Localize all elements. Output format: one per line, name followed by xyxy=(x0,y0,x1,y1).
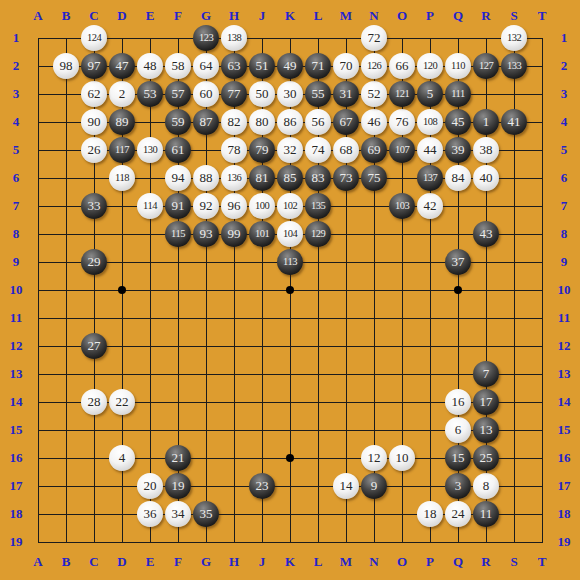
stone-J8: 101 xyxy=(249,221,275,247)
stone-L8: 129 xyxy=(305,221,331,247)
stone-move-number: 103 xyxy=(389,193,415,219)
stone-move-number: 39 xyxy=(445,137,471,163)
stone-move-number: 69 xyxy=(361,137,387,163)
row-label-right: 3 xyxy=(552,85,576,103)
stone-F2: 58 xyxy=(165,53,191,79)
stone-C5: 26 xyxy=(81,137,107,163)
row-label-right: 18 xyxy=(552,505,576,523)
stone-move-number: 79 xyxy=(249,137,275,163)
stone-move-number: 60 xyxy=(193,81,219,107)
row-label-left: 17 xyxy=(4,477,28,495)
stone-F8: 115 xyxy=(165,221,191,247)
stone-P2: 120 xyxy=(417,53,443,79)
column-label-top: K xyxy=(278,7,302,25)
stone-move-number: 37 xyxy=(445,249,471,275)
stone-move-number: 124 xyxy=(81,25,107,51)
row-label-left: 1 xyxy=(4,29,28,47)
stone-move-number: 101 xyxy=(249,221,275,247)
stone-move-number: 43 xyxy=(473,221,499,247)
stone-move-number: 107 xyxy=(389,137,415,163)
grid-line-horizontal xyxy=(38,374,543,375)
stone-move-number: 38 xyxy=(473,137,499,163)
stone-S4: 41 xyxy=(501,109,527,135)
stone-move-number: 127 xyxy=(473,53,499,79)
stone-move-number: 15 xyxy=(445,445,471,471)
go-board: AABBCCDDEEFFGGHHJJKKLLMMNNOOPPQQRRSSTT11… xyxy=(0,0,580,580)
stone-O16: 10 xyxy=(389,445,415,471)
stone-R5: 38 xyxy=(473,137,499,163)
stone-P4: 108 xyxy=(417,109,443,135)
column-label-top: D xyxy=(110,7,134,25)
stone-move-number: 14 xyxy=(333,473,359,499)
stone-R4: 1 xyxy=(473,109,499,135)
row-label-right: 7 xyxy=(552,197,576,215)
stone-C14: 28 xyxy=(81,389,107,415)
row-label-right: 17 xyxy=(552,477,576,495)
row-label-left: 7 xyxy=(4,197,28,215)
stone-O5: 107 xyxy=(389,137,415,163)
stone-move-number: 58 xyxy=(165,53,191,79)
column-label-bottom: K xyxy=(278,553,302,571)
stone-Q3: 111 xyxy=(445,81,471,107)
column-label-top: L xyxy=(306,7,330,25)
stone-move-number: 48 xyxy=(137,53,163,79)
column-label-bottom: F xyxy=(166,553,190,571)
stone-move-number: 63 xyxy=(221,53,247,79)
row-label-right: 13 xyxy=(552,365,576,383)
stone-move-number: 50 xyxy=(249,81,275,107)
stone-move-number: 30 xyxy=(277,81,303,107)
stone-move-number: 135 xyxy=(305,193,331,219)
stone-move-number: 66 xyxy=(389,53,415,79)
stone-R13: 7 xyxy=(473,361,499,387)
column-label-top: M xyxy=(334,7,358,25)
stone-move-number: 64 xyxy=(193,53,219,79)
stone-G4: 87 xyxy=(193,109,219,135)
stone-move-number: 97 xyxy=(81,53,107,79)
stone-move-number: 104 xyxy=(277,221,303,247)
stone-move-number: 120 xyxy=(417,53,443,79)
stone-C7: 33 xyxy=(81,193,107,219)
grid-line-vertical xyxy=(542,38,543,543)
column-label-bottom: B xyxy=(54,553,78,571)
stone-R18: 11 xyxy=(473,501,499,527)
stone-C2: 97 xyxy=(81,53,107,79)
column-label-bottom: J xyxy=(250,553,274,571)
row-label-right: 1 xyxy=(552,29,576,47)
grid-line-horizontal xyxy=(38,346,543,347)
stone-N16: 12 xyxy=(361,445,387,471)
stone-J2: 51 xyxy=(249,53,275,79)
stone-Q18: 24 xyxy=(445,501,471,527)
stone-move-number: 62 xyxy=(81,81,107,107)
stone-move-number: 72 xyxy=(361,25,387,51)
star-point xyxy=(118,286,126,294)
stone-F17: 19 xyxy=(165,473,191,499)
row-label-left: 15 xyxy=(4,421,28,439)
row-label-right: 12 xyxy=(552,337,576,355)
stone-move-number: 98 xyxy=(53,53,79,79)
stone-Q15: 6 xyxy=(445,417,471,443)
column-label-top: G xyxy=(194,7,218,25)
stone-move-number: 24 xyxy=(445,501,471,527)
stone-S2: 133 xyxy=(501,53,527,79)
stone-move-number: 12 xyxy=(361,445,387,471)
row-label-left: 5 xyxy=(4,141,28,159)
stone-move-number: 76 xyxy=(389,109,415,135)
stone-M5: 68 xyxy=(333,137,359,163)
stone-F16: 21 xyxy=(165,445,191,471)
stone-K3: 30 xyxy=(277,81,303,107)
stone-G7: 92 xyxy=(193,193,219,219)
stone-D3: 2 xyxy=(109,81,135,107)
stone-K9: 113 xyxy=(277,249,303,275)
stone-move-number: 49 xyxy=(277,53,303,79)
stone-K7: 102 xyxy=(277,193,303,219)
stone-D16: 4 xyxy=(109,445,135,471)
stone-F6: 94 xyxy=(165,165,191,191)
stone-move-number: 114 xyxy=(137,193,163,219)
stone-G18: 35 xyxy=(193,501,219,527)
stone-O3: 121 xyxy=(389,81,415,107)
stone-move-number: 81 xyxy=(249,165,275,191)
stone-N2: 126 xyxy=(361,53,387,79)
stone-O7: 103 xyxy=(389,193,415,219)
stone-K4: 86 xyxy=(277,109,303,135)
stone-E7: 114 xyxy=(137,193,163,219)
stone-move-number: 126 xyxy=(361,53,387,79)
row-label-right: 8 xyxy=(552,225,576,243)
stone-move-number: 136 xyxy=(221,165,247,191)
stone-move-number: 84 xyxy=(445,165,471,191)
stone-K2: 49 xyxy=(277,53,303,79)
stone-N6: 75 xyxy=(361,165,387,191)
stone-move-number: 45 xyxy=(445,109,471,135)
stone-move-number: 18 xyxy=(417,501,443,527)
stone-O2: 66 xyxy=(389,53,415,79)
stone-P7: 42 xyxy=(417,193,443,219)
stone-move-number: 31 xyxy=(333,81,359,107)
stone-move-number: 123 xyxy=(193,25,219,51)
stone-move-number: 26 xyxy=(81,137,107,163)
row-label-left: 13 xyxy=(4,365,28,383)
stone-move-number: 21 xyxy=(165,445,191,471)
stone-L4: 56 xyxy=(305,109,331,135)
stone-N5: 69 xyxy=(361,137,387,163)
stone-F7: 91 xyxy=(165,193,191,219)
stone-Q17: 3 xyxy=(445,473,471,499)
stone-M17: 14 xyxy=(333,473,359,499)
stone-H7: 96 xyxy=(221,193,247,219)
stone-move-number: 25 xyxy=(473,445,499,471)
stone-E3: 53 xyxy=(137,81,163,107)
stone-E18: 36 xyxy=(137,501,163,527)
stone-move-number: 53 xyxy=(137,81,163,107)
stone-P5: 44 xyxy=(417,137,443,163)
stone-R14: 17 xyxy=(473,389,499,415)
stone-L7: 135 xyxy=(305,193,331,219)
column-label-bottom: M xyxy=(334,553,358,571)
stone-move-number: 85 xyxy=(277,165,303,191)
row-label-right: 16 xyxy=(552,449,576,467)
stone-C3: 62 xyxy=(81,81,107,107)
stone-D4: 89 xyxy=(109,109,135,135)
stone-move-number: 56 xyxy=(305,109,331,135)
stone-M3: 31 xyxy=(333,81,359,107)
stone-J6: 81 xyxy=(249,165,275,191)
stone-move-number: 7 xyxy=(473,361,499,387)
row-label-right: 11 xyxy=(552,309,576,327)
stone-H4: 82 xyxy=(221,109,247,135)
stone-Q14: 16 xyxy=(445,389,471,415)
stone-G2: 64 xyxy=(193,53,219,79)
stone-K5: 32 xyxy=(277,137,303,163)
row-label-right: 6 xyxy=(552,169,576,187)
stone-D5: 117 xyxy=(109,137,135,163)
stone-J5: 79 xyxy=(249,137,275,163)
column-label-bottom: A xyxy=(26,553,50,571)
row-label-left: 18 xyxy=(4,505,28,523)
stone-move-number: 9 xyxy=(361,473,387,499)
stone-E17: 20 xyxy=(137,473,163,499)
stone-R8: 43 xyxy=(473,221,499,247)
stone-J7: 100 xyxy=(249,193,275,219)
stone-M4: 67 xyxy=(333,109,359,135)
stone-move-number: 80 xyxy=(249,109,275,135)
stone-H5: 78 xyxy=(221,137,247,163)
stone-Q16: 15 xyxy=(445,445,471,471)
stone-move-number: 10 xyxy=(389,445,415,471)
stone-R6: 40 xyxy=(473,165,499,191)
stone-M6: 73 xyxy=(333,165,359,191)
stone-move-number: 93 xyxy=(193,221,219,247)
stone-G8: 93 xyxy=(193,221,219,247)
stone-move-number: 28 xyxy=(81,389,107,415)
row-label-right: 14 xyxy=(552,393,576,411)
star-point xyxy=(454,286,462,294)
stone-C1: 124 xyxy=(81,25,107,51)
stone-move-number: 44 xyxy=(417,137,443,163)
stone-F5: 61 xyxy=(165,137,191,163)
row-label-left: 16 xyxy=(4,449,28,467)
stone-M2: 70 xyxy=(333,53,359,79)
column-label-bottom: T xyxy=(530,553,554,571)
row-label-left: 4 xyxy=(4,113,28,131)
stone-L2: 71 xyxy=(305,53,331,79)
stone-J17: 23 xyxy=(249,473,275,499)
stone-move-number: 36 xyxy=(137,501,163,527)
column-label-bottom: C xyxy=(82,553,106,571)
stone-move-number: 40 xyxy=(473,165,499,191)
column-label-top: O xyxy=(390,7,414,25)
stone-H3: 77 xyxy=(221,81,247,107)
stone-move-number: 29 xyxy=(81,249,107,275)
stone-move-number: 88 xyxy=(193,165,219,191)
row-label-left: 8 xyxy=(4,225,28,243)
column-label-top: E xyxy=(138,7,162,25)
column-label-bottom: P xyxy=(418,553,442,571)
stone-H8: 99 xyxy=(221,221,247,247)
stone-move-number: 117 xyxy=(109,137,135,163)
stone-move-number: 87 xyxy=(193,109,219,135)
stone-move-number: 129 xyxy=(305,221,331,247)
stone-move-number: 89 xyxy=(109,109,135,135)
stone-H2: 63 xyxy=(221,53,247,79)
stone-move-number: 115 xyxy=(165,221,191,247)
stone-move-number: 74 xyxy=(305,137,331,163)
stone-move-number: 92 xyxy=(193,193,219,219)
row-label-left: 3 xyxy=(4,85,28,103)
row-label-left: 10 xyxy=(4,281,28,299)
stone-move-number: 118 xyxy=(109,165,135,191)
stone-move-number: 20 xyxy=(137,473,163,499)
stone-move-number: 32 xyxy=(277,137,303,163)
stone-move-number: 71 xyxy=(305,53,331,79)
grid-line-horizontal xyxy=(38,542,543,543)
stone-move-number: 57 xyxy=(165,81,191,107)
row-label-right: 9 xyxy=(552,253,576,271)
column-label-bottom: O xyxy=(390,553,414,571)
stone-D6: 118 xyxy=(109,165,135,191)
stone-move-number: 5 xyxy=(417,81,443,107)
stone-move-number: 1 xyxy=(473,109,499,135)
stone-K8: 104 xyxy=(277,221,303,247)
column-label-top: F xyxy=(166,7,190,25)
stone-move-number: 6 xyxy=(445,417,471,443)
stone-move-number: 75 xyxy=(361,165,387,191)
stone-move-number: 99 xyxy=(221,221,247,247)
row-label-right: 19 xyxy=(552,533,576,551)
stone-move-number: 27 xyxy=(81,333,107,359)
stone-move-number: 137 xyxy=(417,165,443,191)
stone-move-number: 100 xyxy=(249,193,275,219)
stone-L3: 55 xyxy=(305,81,331,107)
column-label-bottom: N xyxy=(362,553,386,571)
stone-move-number: 82 xyxy=(221,109,247,135)
stone-F3: 57 xyxy=(165,81,191,107)
stone-F4: 59 xyxy=(165,109,191,135)
stone-N4: 46 xyxy=(361,109,387,135)
row-label-right: 15 xyxy=(552,421,576,439)
stone-Q5: 39 xyxy=(445,137,471,163)
row-label-left: 14 xyxy=(4,393,28,411)
stone-move-number: 16 xyxy=(445,389,471,415)
stone-Q9: 37 xyxy=(445,249,471,275)
stone-G3: 60 xyxy=(193,81,219,107)
stone-N3: 52 xyxy=(361,81,387,107)
column-label-top: T xyxy=(530,7,554,25)
stone-move-number: 96 xyxy=(221,193,247,219)
column-label-bottom: G xyxy=(194,553,218,571)
stone-O4: 76 xyxy=(389,109,415,135)
stone-move-number: 52 xyxy=(361,81,387,107)
stone-move-number: 19 xyxy=(165,473,191,499)
stone-G6: 88 xyxy=(193,165,219,191)
column-label-top: J xyxy=(250,7,274,25)
stone-move-number: 78 xyxy=(221,137,247,163)
stone-move-number: 91 xyxy=(165,193,191,219)
stone-move-number: 90 xyxy=(81,109,107,135)
row-label-left: 12 xyxy=(4,337,28,355)
column-label-bottom: H xyxy=(222,553,246,571)
stone-J3: 50 xyxy=(249,81,275,107)
stone-move-number: 47 xyxy=(109,53,135,79)
column-label-bottom: L xyxy=(306,553,330,571)
column-label-top: P xyxy=(418,7,442,25)
column-label-top: N xyxy=(362,7,386,25)
stone-E2: 48 xyxy=(137,53,163,79)
stone-move-number: 110 xyxy=(445,53,471,79)
column-label-bottom: S xyxy=(502,553,526,571)
column-label-top: Q xyxy=(446,7,470,25)
stone-move-number: 111 xyxy=(445,81,471,107)
stone-R2: 127 xyxy=(473,53,499,79)
stone-Q4: 45 xyxy=(445,109,471,135)
stone-move-number: 94 xyxy=(165,165,191,191)
column-label-top: A xyxy=(26,7,50,25)
stone-move-number: 108 xyxy=(417,109,443,135)
stone-C4: 90 xyxy=(81,109,107,135)
column-label-top: R xyxy=(474,7,498,25)
column-label-top: B xyxy=(54,7,78,25)
stone-move-number: 121 xyxy=(389,81,415,107)
stone-move-number: 33 xyxy=(81,193,107,219)
stone-move-number: 133 xyxy=(501,53,527,79)
column-label-bottom: E xyxy=(138,553,162,571)
star-point xyxy=(286,454,294,462)
stone-P6: 137 xyxy=(417,165,443,191)
stone-K6: 85 xyxy=(277,165,303,191)
stone-move-number: 70 xyxy=(333,53,359,79)
stone-move-number: 11 xyxy=(473,501,499,527)
stone-move-number: 59 xyxy=(165,109,191,135)
column-label-bottom: Q xyxy=(446,553,470,571)
stone-N1: 72 xyxy=(361,25,387,51)
grid-line-horizontal xyxy=(38,318,543,319)
column-label-bottom: R xyxy=(474,553,498,571)
stone-S1: 132 xyxy=(501,25,527,51)
stone-G1: 123 xyxy=(193,25,219,51)
row-label-right: 10 xyxy=(552,281,576,299)
stone-move-number: 35 xyxy=(193,501,219,527)
stone-D2: 47 xyxy=(109,53,135,79)
star-point xyxy=(286,286,294,294)
stone-move-number: 86 xyxy=(277,109,303,135)
stone-N17: 9 xyxy=(361,473,387,499)
row-label-right: 4 xyxy=(552,113,576,131)
stone-move-number: 22 xyxy=(109,389,135,415)
stone-move-number: 77 xyxy=(221,81,247,107)
stone-move-number: 55 xyxy=(305,81,331,107)
row-label-left: 2 xyxy=(4,57,28,75)
stone-H6: 136 xyxy=(221,165,247,191)
row-label-left: 11 xyxy=(4,309,28,327)
row-label-right: 2 xyxy=(552,57,576,75)
stone-R16: 25 xyxy=(473,445,499,471)
stone-move-number: 8 xyxy=(473,473,499,499)
stone-move-number: 68 xyxy=(333,137,359,163)
stone-C12: 27 xyxy=(81,333,107,359)
stone-R17: 8 xyxy=(473,473,499,499)
stone-move-number: 113 xyxy=(277,249,303,275)
stone-Q6: 84 xyxy=(445,165,471,191)
column-label-top: H xyxy=(222,7,246,25)
stone-move-number: 2 xyxy=(109,81,135,107)
stone-move-number: 17 xyxy=(473,389,499,415)
stone-move-number: 41 xyxy=(501,109,527,135)
stone-move-number: 61 xyxy=(165,137,191,163)
stone-J4: 80 xyxy=(249,109,275,135)
